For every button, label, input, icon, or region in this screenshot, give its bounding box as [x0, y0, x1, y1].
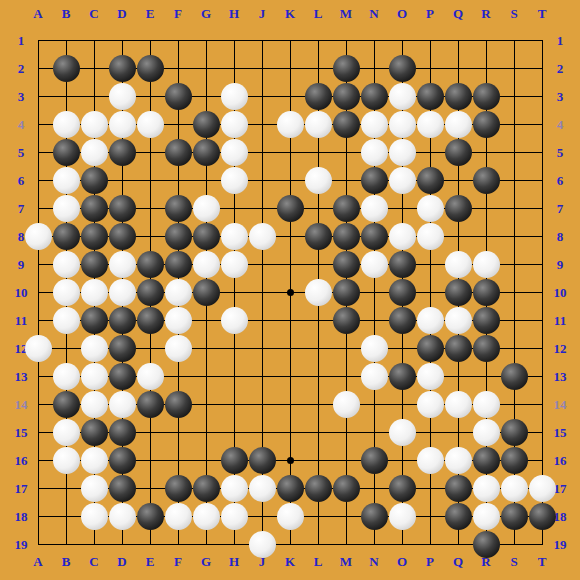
intersection-P3[interactable] [416, 82, 444, 110]
intersection-Q19[interactable] [444, 530, 472, 558]
intersection-D8[interactable] [108, 222, 136, 250]
intersection-D4[interactable] [108, 110, 136, 138]
intersection-R7[interactable] [472, 194, 500, 222]
intersection-G7[interactable] [192, 194, 220, 222]
intersection-F4[interactable] [164, 110, 192, 138]
intersection-T3[interactable] [528, 82, 556, 110]
intersection-Q13[interactable] [444, 362, 472, 390]
intersection-K4[interactable] [276, 110, 304, 138]
intersection-H5[interactable] [220, 138, 248, 166]
intersection-R12[interactable] [472, 334, 500, 362]
intersection-B18[interactable] [52, 502, 80, 530]
intersection-J13[interactable] [248, 362, 276, 390]
intersection-D6[interactable] [108, 166, 136, 194]
intersection-G10[interactable] [192, 278, 220, 306]
intersection-L18[interactable] [304, 502, 332, 530]
intersection-A7[interactable] [24, 194, 52, 222]
intersection-A2[interactable] [24, 54, 52, 82]
intersection-E3[interactable] [136, 82, 164, 110]
intersection-C3[interactable] [80, 82, 108, 110]
intersection-M13[interactable] [332, 362, 360, 390]
intersection-K10[interactable] [276, 278, 304, 306]
intersection-P15[interactable] [416, 418, 444, 446]
intersection-G17[interactable] [192, 474, 220, 502]
intersection-N17[interactable] [360, 474, 388, 502]
intersection-C12[interactable] [80, 334, 108, 362]
intersection-C10[interactable] [80, 278, 108, 306]
intersection-M11[interactable] [332, 306, 360, 334]
intersection-A14[interactable] [24, 390, 52, 418]
intersection-S9[interactable] [500, 250, 528, 278]
intersection-S14[interactable] [500, 390, 528, 418]
intersection-O18[interactable] [388, 502, 416, 530]
intersection-C8[interactable] [80, 222, 108, 250]
intersection-R10[interactable] [472, 278, 500, 306]
intersection-K6[interactable] [276, 166, 304, 194]
intersection-Q17[interactable] [444, 474, 472, 502]
intersection-O10[interactable] [388, 278, 416, 306]
intersection-F5[interactable] [164, 138, 192, 166]
intersection-J4[interactable] [248, 110, 276, 138]
intersection-L19[interactable] [304, 530, 332, 558]
intersection-G1[interactable] [192, 26, 220, 54]
intersection-O3[interactable] [388, 82, 416, 110]
intersection-J14[interactable] [248, 390, 276, 418]
intersection-Q14[interactable] [444, 390, 472, 418]
intersection-G11[interactable] [192, 306, 220, 334]
intersection-K13[interactable] [276, 362, 304, 390]
intersection-T4[interactable] [528, 110, 556, 138]
intersection-O9[interactable] [388, 250, 416, 278]
intersection-N14[interactable] [360, 390, 388, 418]
intersection-L11[interactable] [304, 306, 332, 334]
intersection-C5[interactable] [80, 138, 108, 166]
intersection-B1[interactable] [52, 26, 80, 54]
intersection-H17[interactable] [220, 474, 248, 502]
intersection-C17[interactable] [80, 474, 108, 502]
intersection-L3[interactable] [304, 82, 332, 110]
intersection-F12[interactable] [164, 334, 192, 362]
intersection-O4[interactable] [388, 110, 416, 138]
intersection-D14[interactable] [108, 390, 136, 418]
intersection-D11[interactable] [108, 306, 136, 334]
intersection-L9[interactable] [304, 250, 332, 278]
intersection-S6[interactable] [500, 166, 528, 194]
intersection-K12[interactable] [276, 334, 304, 362]
intersection-H12[interactable] [220, 334, 248, 362]
intersection-L15[interactable] [304, 418, 332, 446]
intersection-K1[interactable] [276, 26, 304, 54]
intersection-M8[interactable] [332, 222, 360, 250]
intersection-O13[interactable] [388, 362, 416, 390]
intersection-C4[interactable] [80, 110, 108, 138]
intersection-B12[interactable] [52, 334, 80, 362]
intersection-Q2[interactable] [444, 54, 472, 82]
intersection-E13[interactable] [136, 362, 164, 390]
intersection-H16[interactable] [220, 446, 248, 474]
intersection-J12[interactable] [248, 334, 276, 362]
intersection-R16[interactable] [472, 446, 500, 474]
intersection-S11[interactable] [500, 306, 528, 334]
intersection-T12[interactable] [528, 334, 556, 362]
intersection-G8[interactable] [192, 222, 220, 250]
intersection-E17[interactable] [136, 474, 164, 502]
intersection-B10[interactable] [52, 278, 80, 306]
intersection-M5[interactable] [332, 138, 360, 166]
intersection-A6[interactable] [24, 166, 52, 194]
intersection-B16[interactable] [52, 446, 80, 474]
intersection-T17[interactable] [528, 474, 556, 502]
intersection-A1[interactable] [24, 26, 52, 54]
intersection-L14[interactable] [304, 390, 332, 418]
intersection-S10[interactable] [500, 278, 528, 306]
intersection-Q1[interactable] [444, 26, 472, 54]
intersection-G13[interactable] [192, 362, 220, 390]
intersection-N4[interactable] [360, 110, 388, 138]
intersection-Q12[interactable] [444, 334, 472, 362]
intersection-M1[interactable] [332, 26, 360, 54]
intersection-T18[interactable] [528, 502, 556, 530]
intersection-D10[interactable] [108, 278, 136, 306]
intersection-O16[interactable] [388, 446, 416, 474]
intersection-P12[interactable] [416, 334, 444, 362]
intersection-O19[interactable] [388, 530, 416, 558]
intersection-F16[interactable] [164, 446, 192, 474]
intersection-K2[interactable] [276, 54, 304, 82]
intersection-J8[interactable] [248, 222, 276, 250]
intersection-H6[interactable] [220, 166, 248, 194]
intersection-R8[interactable] [472, 222, 500, 250]
intersection-H3[interactable] [220, 82, 248, 110]
intersection-O11[interactable] [388, 306, 416, 334]
intersection-Q9[interactable] [444, 250, 472, 278]
intersection-L6[interactable] [304, 166, 332, 194]
intersection-H10[interactable] [220, 278, 248, 306]
intersection-D2[interactable] [108, 54, 136, 82]
intersection-P14[interactable] [416, 390, 444, 418]
intersection-O6[interactable] [388, 166, 416, 194]
intersection-T19[interactable] [528, 530, 556, 558]
intersection-T6[interactable] [528, 166, 556, 194]
intersection-J3[interactable] [248, 82, 276, 110]
intersection-B15[interactable] [52, 418, 80, 446]
intersection-M10[interactable] [332, 278, 360, 306]
intersection-C9[interactable] [80, 250, 108, 278]
intersection-T15[interactable] [528, 418, 556, 446]
intersection-Q4[interactable] [444, 110, 472, 138]
intersection-R17[interactable] [472, 474, 500, 502]
intersection-R9[interactable] [472, 250, 500, 278]
intersection-N16[interactable] [360, 446, 388, 474]
intersection-H19[interactable] [220, 530, 248, 558]
intersection-E4[interactable] [136, 110, 164, 138]
intersection-R14[interactable] [472, 390, 500, 418]
intersection-J11[interactable] [248, 306, 276, 334]
intersection-D13[interactable] [108, 362, 136, 390]
intersection-G4[interactable] [192, 110, 220, 138]
intersection-P16[interactable] [416, 446, 444, 474]
intersection-N2[interactable] [360, 54, 388, 82]
intersection-Q10[interactable] [444, 278, 472, 306]
intersection-C1[interactable] [80, 26, 108, 54]
intersection-T10[interactable] [528, 278, 556, 306]
intersection-P18[interactable] [416, 502, 444, 530]
intersection-C16[interactable] [80, 446, 108, 474]
intersection-H1[interactable] [220, 26, 248, 54]
intersection-O2[interactable] [388, 54, 416, 82]
intersection-B6[interactable] [52, 166, 80, 194]
intersection-S13[interactable] [500, 362, 528, 390]
intersection-C18[interactable] [80, 502, 108, 530]
intersection-M16[interactable] [332, 446, 360, 474]
intersection-R1[interactable] [472, 26, 500, 54]
intersection-N1[interactable] [360, 26, 388, 54]
intersection-P10[interactable] [416, 278, 444, 306]
intersection-E12[interactable] [136, 334, 164, 362]
intersection-P19[interactable] [416, 530, 444, 558]
intersection-J5[interactable] [248, 138, 276, 166]
intersection-F6[interactable] [164, 166, 192, 194]
intersection-L1[interactable] [304, 26, 332, 54]
intersection-B4[interactable] [52, 110, 80, 138]
intersection-N5[interactable] [360, 138, 388, 166]
intersection-L10[interactable] [304, 278, 332, 306]
intersection-K19[interactable] [276, 530, 304, 558]
intersection-E6[interactable] [136, 166, 164, 194]
intersection-M6[interactable] [332, 166, 360, 194]
intersection-F9[interactable] [164, 250, 192, 278]
intersection-S7[interactable] [500, 194, 528, 222]
intersection-N10[interactable] [360, 278, 388, 306]
intersection-L12[interactable] [304, 334, 332, 362]
intersection-O5[interactable] [388, 138, 416, 166]
intersection-R13[interactable] [472, 362, 500, 390]
intersection-A11[interactable] [24, 306, 52, 334]
intersection-N7[interactable] [360, 194, 388, 222]
intersection-B19[interactable] [52, 530, 80, 558]
intersection-A9[interactable] [24, 250, 52, 278]
intersection-S1[interactable] [500, 26, 528, 54]
intersection-C14[interactable] [80, 390, 108, 418]
intersection-P11[interactable] [416, 306, 444, 334]
intersection-B9[interactable] [52, 250, 80, 278]
intersection-P17[interactable] [416, 474, 444, 502]
intersection-E2[interactable] [136, 54, 164, 82]
intersection-G9[interactable] [192, 250, 220, 278]
intersection-M2[interactable] [332, 54, 360, 82]
intersection-Q8[interactable] [444, 222, 472, 250]
intersection-H8[interactable] [220, 222, 248, 250]
intersection-H11[interactable] [220, 306, 248, 334]
intersection-S12[interactable] [500, 334, 528, 362]
intersection-H9[interactable] [220, 250, 248, 278]
intersection-M19[interactable] [332, 530, 360, 558]
intersection-T2[interactable] [528, 54, 556, 82]
intersection-O1[interactable] [388, 26, 416, 54]
intersection-A15[interactable] [24, 418, 52, 446]
intersection-N6[interactable] [360, 166, 388, 194]
intersection-Q7[interactable] [444, 194, 472, 222]
intersection-E10[interactable] [136, 278, 164, 306]
intersection-F3[interactable] [164, 82, 192, 110]
intersection-G16[interactable] [192, 446, 220, 474]
intersection-F1[interactable] [164, 26, 192, 54]
intersection-S5[interactable] [500, 138, 528, 166]
intersection-R15[interactable] [472, 418, 500, 446]
intersection-T8[interactable] [528, 222, 556, 250]
intersection-G19[interactable] [192, 530, 220, 558]
intersection-Q15[interactable] [444, 418, 472, 446]
intersection-C13[interactable] [80, 362, 108, 390]
intersection-F17[interactable] [164, 474, 192, 502]
intersection-E15[interactable] [136, 418, 164, 446]
intersection-L7[interactable] [304, 194, 332, 222]
intersection-Q18[interactable] [444, 502, 472, 530]
intersection-J7[interactable] [248, 194, 276, 222]
intersection-B2[interactable] [52, 54, 80, 82]
intersection-D16[interactable] [108, 446, 136, 474]
intersection-L8[interactable] [304, 222, 332, 250]
intersection-H18[interactable] [220, 502, 248, 530]
intersection-K3[interactable] [276, 82, 304, 110]
intersection-K7[interactable] [276, 194, 304, 222]
intersection-A18[interactable] [24, 502, 52, 530]
intersection-M17[interactable] [332, 474, 360, 502]
intersection-K15[interactable] [276, 418, 304, 446]
intersection-H15[interactable] [220, 418, 248, 446]
intersection-G5[interactable] [192, 138, 220, 166]
intersection-T1[interactable] [528, 26, 556, 54]
intersection-N3[interactable] [360, 82, 388, 110]
intersection-G15[interactable] [192, 418, 220, 446]
intersection-A16[interactable] [24, 446, 52, 474]
intersection-R6[interactable] [472, 166, 500, 194]
intersection-K16[interactable] [276, 446, 304, 474]
intersection-A3[interactable] [24, 82, 52, 110]
intersection-H13[interactable] [220, 362, 248, 390]
intersection-T11[interactable] [528, 306, 556, 334]
intersection-R4[interactable] [472, 110, 500, 138]
intersection-N19[interactable] [360, 530, 388, 558]
intersection-N11[interactable] [360, 306, 388, 334]
intersection-T14[interactable] [528, 390, 556, 418]
intersection-O8[interactable] [388, 222, 416, 250]
intersection-Q6[interactable] [444, 166, 472, 194]
intersection-G14[interactable] [192, 390, 220, 418]
intersection-G3[interactable] [192, 82, 220, 110]
intersection-T9[interactable] [528, 250, 556, 278]
intersection-H2[interactable] [220, 54, 248, 82]
intersection-S19[interactable] [500, 530, 528, 558]
intersection-E14[interactable] [136, 390, 164, 418]
intersection-A17[interactable] [24, 474, 52, 502]
intersection-D19[interactable] [108, 530, 136, 558]
intersection-S8[interactable] [500, 222, 528, 250]
intersection-D1[interactable] [108, 26, 136, 54]
intersection-P6[interactable] [416, 166, 444, 194]
intersection-E18[interactable] [136, 502, 164, 530]
intersection-D18[interactable] [108, 502, 136, 530]
intersection-E16[interactable] [136, 446, 164, 474]
intersection-M12[interactable] [332, 334, 360, 362]
intersection-O17[interactable] [388, 474, 416, 502]
intersection-O7[interactable] [388, 194, 416, 222]
intersection-A8[interactable] [24, 222, 52, 250]
intersection-E7[interactable] [136, 194, 164, 222]
intersection-M3[interactable] [332, 82, 360, 110]
intersection-C11[interactable] [80, 306, 108, 334]
intersection-A12[interactable] [24, 334, 52, 362]
intersection-D17[interactable] [108, 474, 136, 502]
intersection-P7[interactable] [416, 194, 444, 222]
intersection-G12[interactable] [192, 334, 220, 362]
intersection-J9[interactable] [248, 250, 276, 278]
intersection-F15[interactable] [164, 418, 192, 446]
intersection-F18[interactable] [164, 502, 192, 530]
intersection-L17[interactable] [304, 474, 332, 502]
intersection-J1[interactable] [248, 26, 276, 54]
intersection-K11[interactable] [276, 306, 304, 334]
intersection-M7[interactable] [332, 194, 360, 222]
intersection-B17[interactable] [52, 474, 80, 502]
intersection-Q11[interactable] [444, 306, 472, 334]
intersection-J10[interactable] [248, 278, 276, 306]
intersection-M15[interactable] [332, 418, 360, 446]
intersection-R18[interactable] [472, 502, 500, 530]
intersection-K14[interactable] [276, 390, 304, 418]
intersection-K9[interactable] [276, 250, 304, 278]
intersection-P5[interactable] [416, 138, 444, 166]
intersection-K17[interactable] [276, 474, 304, 502]
intersection-B5[interactable] [52, 138, 80, 166]
intersection-B13[interactable] [52, 362, 80, 390]
intersection-B7[interactable] [52, 194, 80, 222]
intersection-E9[interactable] [136, 250, 164, 278]
intersection-C15[interactable] [80, 418, 108, 446]
intersection-A10[interactable] [24, 278, 52, 306]
intersection-S4[interactable] [500, 110, 528, 138]
intersection-D7[interactable] [108, 194, 136, 222]
intersection-M9[interactable] [332, 250, 360, 278]
intersection-R5[interactable] [472, 138, 500, 166]
intersection-J16[interactable] [248, 446, 276, 474]
intersection-D9[interactable] [108, 250, 136, 278]
intersection-B8[interactable] [52, 222, 80, 250]
intersection-E5[interactable] [136, 138, 164, 166]
intersection-L4[interactable] [304, 110, 332, 138]
intersection-N13[interactable] [360, 362, 388, 390]
intersection-G18[interactable] [192, 502, 220, 530]
intersection-D3[interactable] [108, 82, 136, 110]
intersection-P9[interactable] [416, 250, 444, 278]
intersection-M14[interactable] [332, 390, 360, 418]
intersection-J17[interactable] [248, 474, 276, 502]
intersection-J2[interactable] [248, 54, 276, 82]
intersection-S17[interactable] [500, 474, 528, 502]
intersection-T5[interactable] [528, 138, 556, 166]
intersection-L13[interactable] [304, 362, 332, 390]
intersection-J15[interactable] [248, 418, 276, 446]
intersection-C19[interactable] [80, 530, 108, 558]
intersection-H14[interactable] [220, 390, 248, 418]
intersection-S3[interactable] [500, 82, 528, 110]
intersection-N18[interactable] [360, 502, 388, 530]
intersection-Q3[interactable] [444, 82, 472, 110]
intersection-H7[interactable] [220, 194, 248, 222]
intersection-E19[interactable] [136, 530, 164, 558]
intersection-C6[interactable] [80, 166, 108, 194]
intersection-K18[interactable] [276, 502, 304, 530]
